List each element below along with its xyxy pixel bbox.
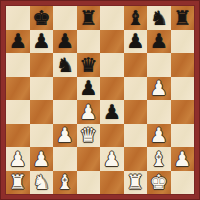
square-f2[interactable] bbox=[124, 147, 148, 171]
piece-white-pawn: ♟ bbox=[32, 148, 50, 168]
piece-black-pawn: ♟ bbox=[103, 101, 121, 121]
piece-black-pawn: ♟ bbox=[56, 31, 74, 51]
piece-white-rook: ♜ bbox=[126, 172, 144, 192]
square-c6[interactable]: ♞ bbox=[53, 53, 77, 77]
piece-black-pawn: ♟ bbox=[79, 78, 97, 98]
piece-black-king: ♚ bbox=[32, 7, 50, 27]
square-a5[interactable] bbox=[6, 77, 30, 101]
square-a4[interactable] bbox=[6, 100, 30, 124]
square-d2[interactable] bbox=[77, 147, 101, 171]
piece-white-pawn: ♟ bbox=[150, 78, 168, 98]
square-f3[interactable] bbox=[124, 124, 148, 148]
square-e2[interactable]: ♟ bbox=[100, 147, 124, 171]
piece-black-pawn: ♟ bbox=[32, 31, 50, 51]
square-h6[interactable] bbox=[171, 53, 195, 77]
piece-white-pawn: ♟ bbox=[56, 125, 74, 145]
square-b4[interactable] bbox=[30, 100, 54, 124]
square-f8[interactable]: ♝ bbox=[124, 6, 148, 30]
square-c3[interactable]: ♟ bbox=[53, 124, 77, 148]
square-b6[interactable] bbox=[30, 53, 54, 77]
square-b1[interactable]: ♞ bbox=[30, 171, 54, 195]
piece-black-knight: ♞ bbox=[150, 7, 168, 27]
square-e6[interactable] bbox=[100, 53, 124, 77]
square-d8[interactable]: ♜ bbox=[77, 6, 101, 30]
square-c7[interactable]: ♟ bbox=[53, 30, 77, 54]
square-a7[interactable]: ♟ bbox=[6, 30, 30, 54]
piece-black-rook: ♜ bbox=[79, 7, 97, 27]
piece-white-pawn: ♟ bbox=[9, 148, 27, 168]
square-d5[interactable]: ♟ bbox=[77, 77, 101, 101]
chess-board: ♚♜♝♞♜♟♟♟♟♟♞♛♟♟♟♟♟♛♟♟♟♟♝♟♜♞♝♜♚ bbox=[6, 6, 194, 194]
piece-white-knight: ♞ bbox=[32, 172, 50, 192]
piece-black-pawn: ♟ bbox=[126, 31, 144, 51]
square-g2[interactable]: ♝ bbox=[147, 147, 171, 171]
square-e3[interactable] bbox=[100, 124, 124, 148]
piece-white-pawn: ♟ bbox=[173, 148, 191, 168]
square-g5[interactable]: ♟ bbox=[147, 77, 171, 101]
square-a3[interactable] bbox=[6, 124, 30, 148]
piece-white-pawn: ♟ bbox=[150, 125, 168, 145]
square-h2[interactable]: ♟ bbox=[171, 147, 195, 171]
square-e4[interactable]: ♟ bbox=[100, 100, 124, 124]
square-d1[interactable] bbox=[77, 171, 101, 195]
square-h4[interactable] bbox=[171, 100, 195, 124]
piece-white-king: ♚ bbox=[150, 172, 168, 192]
piece-white-queen: ♛ bbox=[79, 125, 97, 145]
square-g3[interactable]: ♟ bbox=[147, 124, 171, 148]
square-c5[interactable] bbox=[53, 77, 77, 101]
square-h8[interactable]: ♜ bbox=[171, 6, 195, 30]
square-h7[interactable] bbox=[171, 30, 195, 54]
square-a8[interactable] bbox=[6, 6, 30, 30]
square-b8[interactable]: ♚ bbox=[30, 6, 54, 30]
piece-white-bishop: ♝ bbox=[56, 172, 74, 192]
square-c8[interactable] bbox=[53, 6, 77, 30]
piece-black-bishop: ♝ bbox=[126, 7, 144, 27]
square-b7[interactable]: ♟ bbox=[30, 30, 54, 54]
square-h3[interactable] bbox=[171, 124, 195, 148]
piece-white-bishop: ♝ bbox=[150, 148, 168, 168]
piece-black-queen: ♛ bbox=[79, 54, 97, 74]
square-f5[interactable] bbox=[124, 77, 148, 101]
square-e5[interactable] bbox=[100, 77, 124, 101]
square-h1[interactable] bbox=[171, 171, 195, 195]
piece-black-pawn: ♟ bbox=[150, 31, 168, 51]
square-d3[interactable]: ♛ bbox=[77, 124, 101, 148]
piece-black-knight: ♞ bbox=[56, 54, 74, 74]
square-f4[interactable] bbox=[124, 100, 148, 124]
square-c1[interactable]: ♝ bbox=[53, 171, 77, 195]
square-a6[interactable] bbox=[6, 53, 30, 77]
square-f6[interactable] bbox=[124, 53, 148, 77]
square-d4[interactable]: ♟ bbox=[77, 100, 101, 124]
piece-white-pawn: ♟ bbox=[79, 101, 97, 121]
square-d7[interactable] bbox=[77, 30, 101, 54]
square-a2[interactable]: ♟ bbox=[6, 147, 30, 171]
square-f1[interactable]: ♜ bbox=[124, 171, 148, 195]
square-f7[interactable]: ♟ bbox=[124, 30, 148, 54]
square-b5[interactable] bbox=[30, 77, 54, 101]
square-b3[interactable] bbox=[30, 124, 54, 148]
square-e1[interactable] bbox=[100, 171, 124, 195]
square-d6[interactable]: ♛ bbox=[77, 53, 101, 77]
square-b2[interactable]: ♟ bbox=[30, 147, 54, 171]
square-c4[interactable] bbox=[53, 100, 77, 124]
square-e7[interactable] bbox=[100, 30, 124, 54]
square-h5[interactable] bbox=[171, 77, 195, 101]
square-g8[interactable]: ♞ bbox=[147, 6, 171, 30]
square-c2[interactable] bbox=[53, 147, 77, 171]
square-g7[interactable]: ♟ bbox=[147, 30, 171, 54]
square-a1[interactable]: ♜ bbox=[6, 171, 30, 195]
square-g4[interactable] bbox=[147, 100, 171, 124]
piece-black-rook: ♜ bbox=[173, 7, 191, 27]
square-g6[interactable] bbox=[147, 53, 171, 77]
piece-white-rook: ♜ bbox=[9, 172, 27, 192]
piece-white-pawn: ♟ bbox=[103, 148, 121, 168]
square-e8[interactable] bbox=[100, 6, 124, 30]
piece-black-pawn: ♟ bbox=[9, 31, 27, 51]
square-g1[interactable]: ♚ bbox=[147, 171, 171, 195]
board-frame: ♚♜♝♞♜♟♟♟♟♟♞♛♟♟♟♟♟♛♟♟♟♟♝♟♜♞♝♜♚ bbox=[0, 0, 200, 200]
